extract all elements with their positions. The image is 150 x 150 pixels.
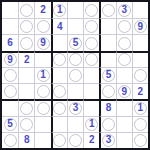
cell-r1c1[interactable] <box>2 2 18 18</box>
cell-r8c8[interactable] <box>116 116 132 132</box>
cell-r6c2[interactable] <box>18 83 34 99</box>
cell-r7c3[interactable] <box>34 99 50 115</box>
cell-r3c7[interactable] <box>99 34 115 50</box>
cell-r3c9[interactable] <box>132 34 148 50</box>
given-digit: 2 <box>24 55 30 65</box>
odd-circle <box>69 69 82 82</box>
odd-circle <box>37 85 50 98</box>
odd-circle: 1 <box>53 4 66 17</box>
cell-r5c5[interactable] <box>67 67 83 83</box>
given-digit: 8 <box>24 135 30 145</box>
cell-r9c2[interactable]: 8 <box>18 132 34 148</box>
cell-r6c1[interactable] <box>2 83 18 99</box>
cell-r4c8[interactable] <box>116 51 132 67</box>
given-digit: 9 <box>121 87 127 97</box>
cell-r6c3[interactable] <box>34 83 50 99</box>
odd-circle <box>85 20 98 33</box>
odd-circle <box>20 118 33 131</box>
given-digit: 1 <box>40 70 46 80</box>
odd-circle: 3 <box>102 134 115 147</box>
odd-circle <box>20 37 33 50</box>
cell-r6c6[interactable] <box>83 83 99 99</box>
cell-r2c1[interactable] <box>2 18 18 34</box>
cell-r8c5[interactable] <box>67 116 83 132</box>
cell-r5c8[interactable] <box>116 67 132 83</box>
odd-circle: 1 <box>134 102 147 115</box>
odd-circle <box>53 53 66 66</box>
cell-r8c7[interactable] <box>99 116 115 132</box>
cell-r1c4[interactable]: 1 <box>51 2 67 18</box>
cell-r2c9[interactable]: 9 <box>132 18 148 34</box>
odd-circle <box>69 53 82 66</box>
cell-r5c3[interactable]: 1 <box>34 67 50 83</box>
cell-r7c8[interactable] <box>116 99 132 115</box>
odd-circle <box>85 37 98 50</box>
odd-circle <box>134 134 147 147</box>
odd-circle: 5 <box>69 37 82 50</box>
cell-r2c5[interactable] <box>67 18 83 34</box>
cell-r3c8[interactable] <box>116 34 132 50</box>
odd-circle: 9 <box>118 85 131 98</box>
given-digit: 9 <box>40 38 46 48</box>
odd-circle: 5 <box>102 69 115 82</box>
cell-r7c6[interactable] <box>83 99 99 115</box>
given-digit: 5 <box>106 70 112 80</box>
odd-circle <box>102 85 115 98</box>
odd-circle <box>37 102 50 115</box>
cell-r6c5[interactable] <box>67 83 83 99</box>
cell-r8c2[interactable] <box>18 116 34 132</box>
cell-r4c9[interactable] <box>132 51 148 67</box>
cell-r1c2[interactable] <box>18 2 34 18</box>
given-digit: 3 <box>73 103 79 113</box>
cell-r7c2[interactable] <box>18 99 34 115</box>
cell-r5c6[interactable] <box>83 67 99 83</box>
given-digit: 3 <box>106 135 112 145</box>
cell-r1c3[interactable]: 2 <box>34 2 50 18</box>
cell-r1c8[interactable]: 3 <box>116 2 132 18</box>
cell-r1c5[interactable] <box>67 2 83 18</box>
cell-r6c4[interactable] <box>51 83 67 99</box>
odd-circle <box>37 20 50 33</box>
cell-r2c2[interactable] <box>18 18 34 34</box>
cell-r7c5[interactable]: 3 <box>67 99 83 115</box>
given-digit: 2 <box>40 5 46 15</box>
odd-circle <box>118 37 131 50</box>
odd-circle <box>102 4 115 17</box>
odd-circle: 9 <box>134 20 147 33</box>
cell-r8c9[interactable] <box>132 116 148 132</box>
odd-circle: 9 <box>37 37 50 50</box>
odd-circle: 3 <box>118 4 131 17</box>
cell-r1c6[interactable] <box>83 2 99 18</box>
cell-r7c9[interactable]: 1 <box>132 99 148 115</box>
cell-r3c5[interactable]: 5 <box>67 34 83 50</box>
odd-circle <box>134 69 147 82</box>
cell-r1c7[interactable] <box>99 2 115 18</box>
odd-circle <box>20 4 33 17</box>
odd-circle <box>4 134 17 147</box>
cell-r3c1[interactable]: 6 <box>2 34 18 50</box>
cell-r5c9[interactable] <box>132 67 148 83</box>
given-digit: 8 <box>106 103 112 113</box>
cell-r4c6[interactable] <box>83 51 99 67</box>
odd-circle <box>53 85 66 98</box>
cell-r4c3[interactable] <box>34 51 50 67</box>
cell-r4c7[interactable] <box>99 51 115 67</box>
odd-circle <box>118 20 131 33</box>
given-digit: 2 <box>138 87 144 97</box>
cell-r2c7[interactable] <box>99 18 115 34</box>
cell-r9c3[interactable] <box>34 132 50 148</box>
cell-r2c6[interactable] <box>83 18 99 34</box>
cell-r2c3[interactable] <box>34 18 50 34</box>
odd-circle: 5 <box>4 118 17 131</box>
cell-r9c1[interactable] <box>2 132 18 148</box>
given-digit: 5 <box>7 119 13 129</box>
cell-r8c6[interactable]: 1 <box>83 116 99 132</box>
cell-r7c7[interactable]: 8 <box>99 99 115 115</box>
cell-r8c1[interactable]: 5 <box>2 116 18 132</box>
cell-r3c2[interactable] <box>18 34 34 50</box>
given-digit: 1 <box>57 5 63 15</box>
cell-r9c7[interactable]: 3 <box>99 132 115 148</box>
sudoku-board: 2134969592159238151823 <box>0 0 150 150</box>
given-digit: 4 <box>57 22 63 32</box>
given-digit: 9 <box>7 55 13 65</box>
odd-circle: 9 <box>4 53 17 66</box>
odd-circle <box>102 118 115 131</box>
odd-circle: 1 <box>37 69 50 82</box>
given-digit: 9 <box>138 22 144 32</box>
cell-r3c4[interactable] <box>51 34 67 50</box>
cell-r7c4[interactable] <box>51 99 67 115</box>
cell-r6c7[interactable] <box>99 83 115 99</box>
odd-circle <box>69 134 82 147</box>
cell-r3c3[interactable]: 9 <box>34 34 50 50</box>
cell-r5c1[interactable] <box>2 67 18 83</box>
cell-r6c8[interactable]: 9 <box>116 83 132 99</box>
given-digit: 6 <box>7 38 13 48</box>
odd-circle <box>20 102 33 115</box>
odd-circle <box>4 69 17 82</box>
odd-circle <box>85 4 98 17</box>
given-digit: 1 <box>138 103 144 113</box>
cell-r4c4[interactable] <box>51 51 67 67</box>
cell-r9c4[interactable] <box>51 132 67 148</box>
odd-circle <box>134 118 147 131</box>
cell-r2c8[interactable] <box>116 18 132 34</box>
given-digit: 5 <box>73 38 79 48</box>
cell-r2c4[interactable]: 4 <box>51 18 67 34</box>
cell-r4c1[interactable]: 9 <box>2 51 18 67</box>
cell-r9c5[interactable] <box>67 132 83 148</box>
given-digit: 1 <box>89 119 95 129</box>
odd-circle: 3 <box>69 102 82 115</box>
cell-r9c8[interactable] <box>116 132 132 148</box>
odd-circle <box>85 53 98 66</box>
cell-r4c5[interactable] <box>67 51 83 67</box>
odd-circle <box>20 20 33 33</box>
cell-r6c9[interactable]: 2 <box>132 83 148 99</box>
given-digit: 2 <box>89 135 95 145</box>
odd-circle <box>4 85 17 98</box>
odd-circle <box>53 134 66 147</box>
cell-r9c9[interactable] <box>132 132 148 148</box>
cell-r3c6[interactable] <box>83 34 99 50</box>
cell-r4c2[interactable]: 2 <box>18 51 34 67</box>
cell-r5c7[interactable]: 5 <box>99 67 115 83</box>
odd-circle: 1 <box>85 118 98 131</box>
cell-r7c1[interactable] <box>2 99 18 115</box>
given-digit: 3 <box>121 5 127 15</box>
cell-r9c6[interactable]: 2 <box>83 132 99 148</box>
cell-r8c4[interactable] <box>51 116 67 132</box>
cell-r5c2[interactable] <box>18 67 34 83</box>
cell-r1c9[interactable] <box>132 2 148 18</box>
odd-circle <box>118 53 131 66</box>
odd-circle <box>53 102 66 115</box>
cell-r8c3[interactable] <box>34 116 50 132</box>
cell-r5c4[interactable] <box>51 67 67 83</box>
